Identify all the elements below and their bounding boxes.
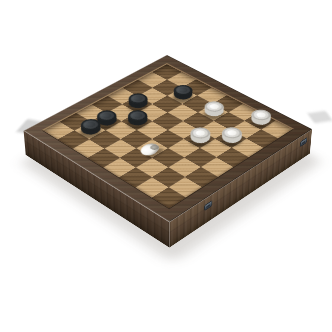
- latch-icon[interactable]: [204, 200, 212, 211]
- scene: [0, 0, 332, 332]
- board-3d-scene: [0, 0, 332, 332]
- checkers-box: [24, 55, 312, 222]
- latch-icon[interactable]: [300, 137, 307, 147]
